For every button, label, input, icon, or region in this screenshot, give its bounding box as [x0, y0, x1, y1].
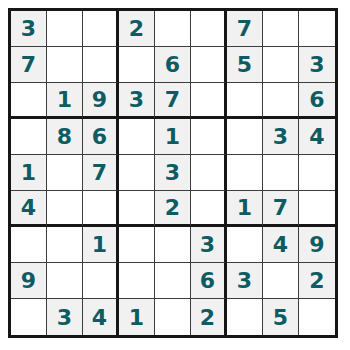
cell-r4c2: 8 — [47, 119, 83, 155]
cell-r7c1[interactable] — [11, 227, 47, 263]
cell-r4c8: 3 — [263, 119, 299, 155]
cell-r7c6: 3 — [191, 227, 227, 263]
cell-r1c5[interactable] — [155, 11, 191, 47]
cell-r9c2: 3 — [47, 299, 83, 335]
cell-r6c2[interactable] — [47, 191, 83, 227]
cell-r6c9[interactable] — [299, 191, 335, 227]
sudoku-board: 3277653193768613417342171349963234125 — [8, 8, 338, 338]
cell-r5c8[interactable] — [263, 155, 299, 191]
cell-r7c9: 9 — [299, 227, 335, 263]
cell-r5c9[interactable] — [299, 155, 335, 191]
cell-r7c4[interactable] — [119, 227, 155, 263]
cell-r8c2[interactable] — [47, 263, 83, 299]
cell-r4c9: 4 — [299, 119, 335, 155]
cell-r6c7: 1 — [227, 191, 263, 227]
cell-r2c3[interactable] — [83, 47, 119, 83]
cell-r9c1[interactable] — [11, 299, 47, 335]
cell-r4c3: 6 — [83, 119, 119, 155]
cell-r2c9: 3 — [299, 47, 335, 83]
cell-r8c7: 3 — [227, 263, 263, 299]
cell-r2c8[interactable] — [263, 47, 299, 83]
cell-r2c7: 5 — [227, 47, 263, 83]
cell-r4c1[interactable] — [11, 119, 47, 155]
cell-r6c1: 4 — [11, 191, 47, 227]
cell-r6c6[interactable] — [191, 191, 227, 227]
cell-r5c2[interactable] — [47, 155, 83, 191]
cell-r3c3: 9 — [83, 83, 119, 119]
cell-r9c9[interactable] — [299, 299, 335, 335]
cell-r6c8: 7 — [263, 191, 299, 227]
cell-r1c4: 2 — [119, 11, 155, 47]
cell-r4c4[interactable] — [119, 119, 155, 155]
cell-r2c2[interactable] — [47, 47, 83, 83]
cell-r5c1: 1 — [11, 155, 47, 191]
cell-r8c1: 9 — [11, 263, 47, 299]
cell-r3c2: 1 — [47, 83, 83, 119]
cell-r9c6: 2 — [191, 299, 227, 335]
cell-r8c9: 2 — [299, 263, 335, 299]
cell-r5c4[interactable] — [119, 155, 155, 191]
cell-r9c7[interactable] — [227, 299, 263, 335]
cell-r1c6[interactable] — [191, 11, 227, 47]
cell-r1c1: 3 — [11, 11, 47, 47]
cell-r3c8[interactable] — [263, 83, 299, 119]
cell-r7c8: 4 — [263, 227, 299, 263]
cell-r4c5: 1 — [155, 119, 191, 155]
cell-r6c3[interactable] — [83, 191, 119, 227]
cell-r7c2[interactable] — [47, 227, 83, 263]
cell-r9c5[interactable] — [155, 299, 191, 335]
cell-r1c9[interactable] — [299, 11, 335, 47]
cell-r8c8[interactable] — [263, 263, 299, 299]
cell-r6c4[interactable] — [119, 191, 155, 227]
cell-r4c6[interactable] — [191, 119, 227, 155]
cell-r3c5: 7 — [155, 83, 191, 119]
cell-r7c5[interactable] — [155, 227, 191, 263]
cell-r3c9: 6 — [299, 83, 335, 119]
cell-r3c4: 3 — [119, 83, 155, 119]
cell-r9c3: 4 — [83, 299, 119, 335]
cell-r9c8: 5 — [263, 299, 299, 335]
cell-r7c3: 1 — [83, 227, 119, 263]
cell-r2c4[interactable] — [119, 47, 155, 83]
cell-r5c6[interactable] — [191, 155, 227, 191]
cell-r4c7[interactable] — [227, 119, 263, 155]
cell-r3c6[interactable] — [191, 83, 227, 119]
cell-r1c3[interactable] — [83, 11, 119, 47]
cell-r5c7[interactable] — [227, 155, 263, 191]
cell-r2c5: 6 — [155, 47, 191, 83]
cell-r8c4[interactable] — [119, 263, 155, 299]
cell-r8c6: 6 — [191, 263, 227, 299]
cell-r8c3[interactable] — [83, 263, 119, 299]
cell-r6c5: 2 — [155, 191, 191, 227]
cell-r5c5: 3 — [155, 155, 191, 191]
cell-r1c7: 7 — [227, 11, 263, 47]
cell-r3c7[interactable] — [227, 83, 263, 119]
cell-r5c3: 7 — [83, 155, 119, 191]
cell-r8c5[interactable] — [155, 263, 191, 299]
cell-r1c8[interactable] — [263, 11, 299, 47]
cell-r9c4: 1 — [119, 299, 155, 335]
cell-r1c2[interactable] — [47, 11, 83, 47]
cell-r2c1: 7 — [11, 47, 47, 83]
cell-r3c1[interactable] — [11, 83, 47, 119]
cell-r2c6[interactable] — [191, 47, 227, 83]
cell-r7c7[interactable] — [227, 227, 263, 263]
